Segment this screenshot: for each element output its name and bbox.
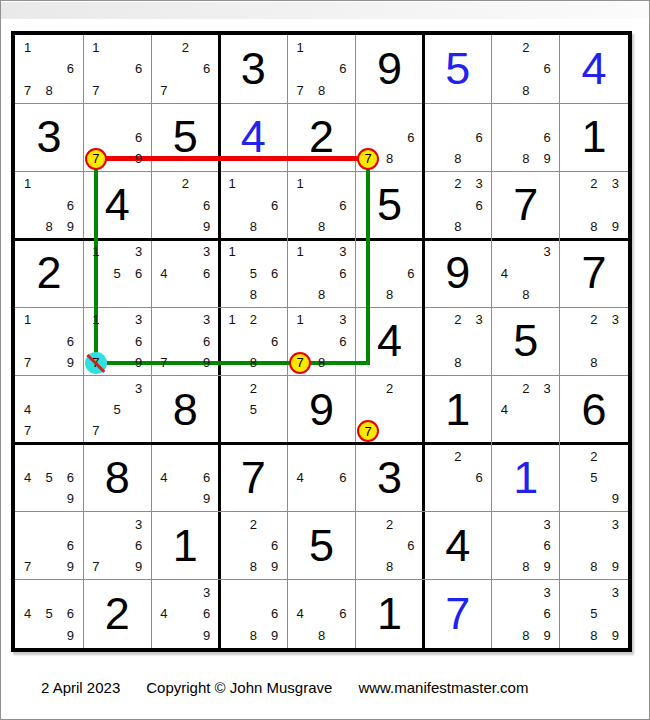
- candidate-1: 1: [17, 37, 38, 58]
- footer-website: www.manifestmaster.com: [358, 679, 528, 696]
- candidate-2: 2: [447, 173, 468, 194]
- cell-r7c8[interactable]: 1: [492, 444, 560, 512]
- given-digit: 1: [356, 580, 424, 648]
- given-digit: 1: [424, 376, 492, 444]
- cell-r4c8[interactable]: 348: [492, 239, 560, 307]
- candidate-4: 4: [494, 263, 515, 284]
- candidate-2: 2: [175, 37, 196, 58]
- cell-r5c6[interactable]: 4: [356, 307, 424, 375]
- candidate-6: 6: [60, 58, 81, 79]
- candidate-6: 6: [60, 467, 81, 488]
- cell-r4c5[interactable]: 1368: [287, 239, 355, 307]
- footer-copyright: Copyright © John Musgrave: [146, 679, 332, 696]
- candidate-1: 1: [221, 309, 242, 330]
- candidate-6: 6: [400, 535, 421, 556]
- candidate-6: 6: [264, 603, 285, 624]
- cell-r8c6[interactable]: 268: [356, 512, 424, 580]
- solved-digit: 5: [424, 35, 492, 103]
- cell-r3c9[interactable]: 2389: [560, 171, 628, 239]
- candidate-9: 9: [196, 625, 217, 646]
- candidate-1: 1: [17, 309, 38, 330]
- candidate-1: 1: [85, 37, 106, 58]
- candidate-8: 8: [243, 625, 264, 646]
- candidate-3: 3: [196, 582, 217, 603]
- chain-node-yellow-r5c5: 7: [289, 352, 311, 374]
- top-bar: [1, 2, 649, 19]
- candidate-5: 5: [243, 263, 264, 284]
- candidate-8: 8: [379, 556, 400, 577]
- candidate-6: 6: [400, 127, 421, 148]
- candidate-1: 1: [289, 309, 310, 330]
- candidate-3: 3: [128, 514, 149, 535]
- candidate-6: 6: [332, 195, 353, 216]
- candidate-4: 4: [153, 603, 174, 624]
- candidate-8: 8: [311, 625, 332, 646]
- candidate-1: 1: [85, 241, 106, 262]
- candidate-7: 7: [17, 352, 38, 373]
- candidate-2: 2: [447, 309, 468, 330]
- solved-digit: 1: [492, 444, 560, 512]
- candidate-8: 8: [243, 216, 264, 237]
- candidate-9: 9: [128, 148, 149, 169]
- candidate-8: 8: [515, 148, 536, 169]
- candidate-9: 9: [536, 556, 557, 577]
- candidate-3: 3: [468, 173, 489, 194]
- cell-r8c3[interactable]: 1: [151, 512, 219, 580]
- footer-date: 2 April 2023: [41, 679, 120, 696]
- candidate-9: 9: [60, 625, 81, 646]
- candidate-4: 4: [153, 467, 174, 488]
- candidate-5: 5: [583, 467, 604, 488]
- candidate-6: 6: [196, 195, 217, 216]
- given-digit: 4: [356, 307, 424, 375]
- candidate-9: 9: [536, 148, 557, 169]
- candidate-8: 8: [583, 625, 604, 646]
- candidate-8: 8: [515, 80, 536, 101]
- cell-r1c8[interactable]: 268: [492, 35, 560, 103]
- cell-r2c1[interactable]: 3: [15, 103, 83, 171]
- cell-r8c5[interactable]: 5: [287, 512, 355, 580]
- cell-r1c1[interactable]: 1678: [15, 35, 83, 103]
- cell-r3c7[interactable]: 2368: [424, 171, 492, 239]
- candidate-8: 8: [38, 216, 59, 237]
- candidate-6: 6: [332, 263, 353, 284]
- candidate-9: 9: [60, 488, 81, 509]
- cell-r4c1[interactable]: 2: [15, 239, 83, 307]
- candidate-5: 5: [107, 399, 128, 420]
- candidate-7: 7: [17, 556, 38, 577]
- cell-r4c7[interactable]: 9: [424, 239, 492, 307]
- candidate-8: 8: [243, 556, 264, 577]
- candidate-9: 9: [128, 556, 149, 577]
- candidate-6: 6: [128, 263, 149, 284]
- candidate-2: 2: [243, 514, 264, 535]
- candidate-6: 6: [128, 58, 149, 79]
- given-digit: 7: [492, 171, 560, 239]
- cell-r2c3[interactable]: 5: [151, 103, 219, 171]
- candidate-2: 2: [175, 173, 196, 194]
- given-digit: 5: [356, 171, 424, 239]
- candidate-2: 2: [447, 446, 468, 467]
- candidate-3: 3: [605, 514, 626, 535]
- cells: 1678167267316789526843695426868689116894…: [15, 35, 628, 648]
- candidate-8: 8: [583, 216, 604, 237]
- cell-r6c3[interactable]: 8: [151, 376, 219, 444]
- cell-r8c2[interactable]: 3679: [83, 512, 151, 580]
- given-digit: 9: [424, 239, 492, 307]
- candidate-2: 2: [243, 378, 264, 399]
- candidate-6: 6: [468, 467, 489, 488]
- candidate-3: 3: [536, 378, 557, 399]
- candidate-3: 3: [128, 309, 149, 330]
- candidate-1: 1: [221, 241, 242, 262]
- candidate-6: 6: [264, 195, 285, 216]
- candidate-7: 7: [85, 556, 106, 577]
- candidate-3: 3: [536, 241, 557, 262]
- candidate-6: 6: [264, 535, 285, 556]
- candidate-2: 2: [583, 309, 604, 330]
- candidate-9: 9: [536, 625, 557, 646]
- candidate-5: 5: [583, 603, 604, 624]
- cell-r9c8[interactable]: 3689: [492, 580, 560, 648]
- candidate-6: 6: [264, 263, 285, 284]
- solved-digit: 7: [424, 580, 492, 648]
- given-digit: 4: [424, 512, 492, 580]
- candidate-3: 3: [536, 514, 557, 535]
- candidate-6: 6: [332, 331, 353, 352]
- candidate-6: 6: [536, 58, 557, 79]
- candidate-2: 2: [515, 378, 536, 399]
- candidate-3: 3: [468, 309, 489, 330]
- cell-r8c9[interactable]: 389: [560, 512, 628, 580]
- candidate-9: 9: [605, 556, 626, 577]
- candidate-9: 9: [264, 625, 285, 646]
- cell-r7c7[interactable]: 26: [424, 444, 492, 512]
- cell-r3c8[interactable]: 7: [492, 171, 560, 239]
- cell-r3c3[interactable]: 269: [151, 171, 219, 239]
- candidate-3: 3: [536, 582, 557, 603]
- cell-r6c1[interactable]: 47: [15, 376, 83, 444]
- candidate-3: 3: [196, 241, 217, 262]
- cell-r2c9[interactable]: 1: [560, 103, 628, 171]
- candidate-4: 4: [17, 603, 38, 624]
- candidate-8: 8: [311, 216, 332, 237]
- candidate-4: 4: [494, 399, 515, 420]
- candidate-5: 5: [38, 467, 59, 488]
- candidate-6: 6: [60, 331, 81, 352]
- candidate-6: 6: [60, 195, 81, 216]
- cell-r1c6[interactable]: 9: [356, 35, 424, 103]
- given-digit: 5: [151, 103, 219, 171]
- candidate-6: 6: [536, 535, 557, 556]
- cell-r8c7[interactable]: 4: [424, 512, 492, 580]
- cell-r7c3[interactable]: 469: [151, 444, 219, 512]
- cell-r3c6[interactable]: 5: [356, 171, 424, 239]
- cell-r7c4[interactable]: 7: [219, 444, 287, 512]
- candidate-3: 3: [605, 582, 626, 603]
- candidate-3: 3: [128, 241, 149, 262]
- cell-r8c1[interactable]: 679: [15, 512, 83, 580]
- cell-r1c5[interactable]: 1678: [287, 35, 355, 103]
- candidate-8: 8: [311, 284, 332, 305]
- candidate-6: 6: [468, 127, 489, 148]
- candidate-7: 7: [17, 420, 38, 441]
- cell-r9c1[interactable]: 4569: [15, 580, 83, 648]
- cell-r1c9[interactable]: 4: [560, 35, 628, 103]
- solved-digit: 4: [560, 35, 628, 103]
- candidate-9: 9: [605, 216, 626, 237]
- cell-r2c8[interactable]: 689: [492, 103, 560, 171]
- candidate-1: 1: [289, 241, 310, 262]
- candidate-6: 6: [196, 603, 217, 624]
- candidate-8: 8: [243, 284, 264, 305]
- candidate-6: 6: [332, 603, 353, 624]
- candidate-7: 7: [85, 80, 106, 101]
- cell-r6c4[interactable]: 25: [219, 376, 287, 444]
- candidate-1: 1: [289, 173, 310, 194]
- candidate-8: 8: [311, 352, 332, 373]
- given-digit: 5: [492, 307, 560, 375]
- candidate-6: 6: [536, 127, 557, 148]
- cell-r3c1[interactable]: 1689: [15, 171, 83, 239]
- cell-r5c9[interactable]: 238: [560, 307, 628, 375]
- candidate-8: 8: [515, 556, 536, 577]
- candidate-9: 9: [128, 352, 149, 373]
- cell-r1c4[interactable]: 3: [219, 35, 287, 103]
- candidate-1: 1: [17, 173, 38, 194]
- candidate-6: 6: [128, 331, 149, 352]
- cell-r4c3[interactable]: 346: [151, 239, 219, 307]
- candidate-6: 6: [332, 58, 353, 79]
- cell-r9c6[interactable]: 1: [356, 580, 424, 648]
- candidate-9: 9: [605, 488, 626, 509]
- given-digit: 7: [560, 239, 628, 307]
- cell-r6c8[interactable]: 234: [492, 376, 560, 444]
- cell-r1c3[interactable]: 267: [151, 35, 219, 103]
- cell-r9c2[interactable]: 2: [83, 580, 151, 648]
- cell-r9c5[interactable]: 468: [287, 580, 355, 648]
- cell-r5c8[interactable]: 5: [492, 307, 560, 375]
- candidate-8: 8: [379, 148, 400, 169]
- cell-r1c7[interactable]: 5: [424, 35, 492, 103]
- cell-r6c5[interactable]: 9: [287, 376, 355, 444]
- candidate-5: 5: [243, 399, 264, 420]
- footer: 2 April 2023 Copyright © John Musgrave w…: [41, 679, 528, 696]
- candidate-8: 8: [379, 284, 400, 305]
- candidate-4: 4: [289, 603, 310, 624]
- candidate-9: 9: [196, 216, 217, 237]
- cell-r3c5[interactable]: 168: [287, 171, 355, 239]
- solved-digit: 4: [219, 103, 287, 171]
- cell-r4c2[interactable]: 1356: [83, 239, 151, 307]
- candidate-6: 6: [196, 263, 217, 284]
- cell-r7c5[interactable]: 46: [287, 444, 355, 512]
- given-digit: 9: [356, 35, 424, 103]
- candidate-9: 9: [60, 216, 81, 237]
- given-digit: 2: [83, 580, 151, 648]
- candidate-3: 3: [196, 309, 217, 330]
- candidate-2: 2: [379, 378, 400, 399]
- given-digit: 2: [15, 239, 83, 307]
- sudoku-board: 1678167267316789526843695426868689116894…: [11, 31, 632, 652]
- candidate-8: 8: [243, 352, 264, 373]
- cell-r3c2[interactable]: 4: [83, 171, 151, 239]
- candidate-6: 6: [196, 331, 217, 352]
- candidate-9: 9: [264, 556, 285, 577]
- given-digit: 5: [287, 512, 355, 580]
- candidate-7: 7: [289, 80, 310, 101]
- chain-node-yellow-r2c6: 7: [357, 148, 379, 170]
- candidate-3: 3: [605, 309, 626, 330]
- candidate-1: 1: [221, 173, 242, 194]
- candidate-6: 6: [264, 331, 285, 352]
- cell-r1c2[interactable]: 167: [83, 35, 151, 103]
- candidate-9: 9: [196, 352, 217, 373]
- candidate-6: 6: [196, 467, 217, 488]
- candidate-7: 7: [153, 352, 174, 373]
- candidate-6: 6: [128, 535, 149, 556]
- candidate-1: 1: [289, 37, 310, 58]
- candidate-8: 8: [515, 625, 536, 646]
- candidate-4: 4: [153, 263, 174, 284]
- given-digit: 6: [560, 376, 628, 444]
- candidate-2: 2: [583, 173, 604, 194]
- cell-r4c6[interactable]: 68: [356, 239, 424, 307]
- candidate-8: 8: [38, 80, 59, 101]
- candidate-1: 1: [85, 309, 106, 330]
- candidate-6: 6: [196, 58, 217, 79]
- cell-r4c9[interactable]: 7: [560, 239, 628, 307]
- chain-node-yellow-r2c2: 7: [85, 148, 107, 170]
- cell-r3c4[interactable]: 168: [219, 171, 287, 239]
- cell-r5c3[interactable]: 3679: [151, 307, 219, 375]
- cell-r6c7[interactable]: 1: [424, 376, 492, 444]
- candidate-2: 2: [243, 309, 264, 330]
- candidate-8: 8: [583, 556, 604, 577]
- given-digit: 1: [151, 512, 219, 580]
- given-digit: 1: [560, 103, 628, 171]
- given-digit: 4: [83, 171, 151, 239]
- candidate-8: 8: [447, 216, 468, 237]
- cell-r8c4[interactable]: 2689: [219, 512, 287, 580]
- candidate-9: 9: [60, 556, 81, 577]
- candidate-5: 5: [38, 603, 59, 624]
- candidate-3: 3: [605, 173, 626, 194]
- cell-r5c1[interactable]: 1679: [15, 307, 83, 375]
- cell-r2c4[interactable]: 4: [219, 103, 287, 171]
- candidate-6: 6: [468, 195, 489, 216]
- candidate-4: 4: [17, 399, 38, 420]
- candidate-8: 8: [583, 352, 604, 373]
- cell-r7c6[interactable]: 3: [356, 444, 424, 512]
- cell-r5c7[interactable]: 238: [424, 307, 492, 375]
- candidate-4: 4: [289, 467, 310, 488]
- candidate-9: 9: [196, 488, 217, 509]
- candidate-3: 3: [332, 309, 353, 330]
- given-digit: 3: [356, 444, 424, 512]
- candidate-6: 6: [400, 263, 421, 284]
- candidate-8: 8: [447, 352, 468, 373]
- given-digit: 3: [219, 35, 287, 103]
- candidate-8: 8: [311, 80, 332, 101]
- candidate-7: 7: [153, 80, 174, 101]
- candidate-7: 7: [17, 80, 38, 101]
- candidate-6: 6: [536, 603, 557, 624]
- given-digit: 2: [287, 103, 355, 171]
- given-digit: 7: [219, 444, 287, 512]
- cell-r8c8[interactable]: 3689: [492, 512, 560, 580]
- given-digit: 8: [83, 444, 151, 512]
- cell-r2c7[interactable]: 68: [424, 103, 492, 171]
- cell-r9c7[interactable]: 7: [424, 580, 492, 648]
- cell-r2c5[interactable]: 2: [287, 103, 355, 171]
- cell-r7c1[interactable]: 4569: [15, 444, 83, 512]
- chain-node-cyan-r5c2: 7: [85, 352, 107, 374]
- cell-r6c2[interactable]: 357: [83, 376, 151, 444]
- cell-r4c4[interactable]: 1568: [219, 239, 287, 307]
- given-digit: 9: [287, 376, 355, 444]
- candidate-6: 6: [60, 535, 81, 556]
- candidate-5: 5: [107, 263, 128, 284]
- given-digit: 3: [15, 103, 83, 171]
- page: 1678167267316789526843695426868689116894…: [0, 0, 650, 720]
- cell-r6c9[interactable]: 6: [560, 376, 628, 444]
- cell-r7c9[interactable]: 259: [560, 444, 628, 512]
- candidate-9: 9: [60, 352, 81, 373]
- given-digit: 8: [151, 376, 219, 444]
- candidate-3: 3: [332, 241, 353, 262]
- candidate-3: 3: [128, 378, 149, 399]
- cell-r9c3[interactable]: 3469: [151, 580, 219, 648]
- cell-r7c2[interactable]: 8: [83, 444, 151, 512]
- candidate-2: 2: [515, 37, 536, 58]
- candidate-6: 6: [332, 467, 353, 488]
- candidate-2: 2: [379, 514, 400, 535]
- candidate-8: 8: [515, 284, 536, 305]
- cell-r5c4[interactable]: 1268: [219, 307, 287, 375]
- candidate-8: 8: [447, 148, 468, 169]
- cell-r9c9[interactable]: 3589: [560, 580, 628, 648]
- cell-r9c4[interactable]: 689: [219, 580, 287, 648]
- candidate-6: 6: [60, 603, 81, 624]
- candidate-7: 7: [85, 420, 106, 441]
- candidate-6: 6: [128, 127, 149, 148]
- candidate-4: 4: [17, 467, 38, 488]
- candidate-9: 9: [605, 625, 626, 646]
- candidate-2: 2: [583, 446, 604, 467]
